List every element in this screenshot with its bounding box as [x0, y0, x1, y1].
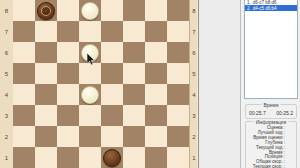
move-list-row[interactable]: 2.d4-c5 d6:b4: [245, 5, 297, 11]
move-text: d6-c7 b8:d6: [253, 0, 277, 5]
rank-label: 6: [0, 42, 13, 63]
rank-label: 5: [190, 63, 198, 84]
board-square-b4[interactable]: [35, 84, 57, 105]
checkers-board: 87654321 87654321: [0, 0, 197, 168]
rank-label: 3: [0, 105, 13, 126]
board-square-f7[interactable]: [123, 21, 145, 42]
board-square-e6[interactable]: [101, 42, 123, 63]
time-groupbox: Время 00:25.7 00:25.2: [245, 104, 297, 119]
rank-label: 8: [0, 0, 13, 21]
rank-label: 3: [190, 105, 198, 126]
move-number: 1.: [247, 0, 251, 5]
rank-label: 4: [190, 84, 198, 105]
black-clock: 00:25.2: [276, 110, 293, 116]
info-groupbox: Информация Оценка :Лучший ход :Время оце…: [245, 121, 297, 168]
piece-black-king-b8[interactable]: [37, 2, 55, 20]
board-square-a4[interactable]: [13, 84, 35, 105]
board-square-c5[interactable]: [57, 63, 79, 84]
rank-label: 6: [190, 42, 198, 63]
board-square-a3[interactable]: [13, 105, 35, 126]
piece-white-man-d8[interactable]: [81, 2, 99, 20]
app-window: 87654321 87654321 1.d6-c7 b8:d62.d4-c5 d…: [0, 0, 300, 168]
rank-label: 1: [190, 147, 198, 168]
board-square-g5[interactable]: [145, 63, 167, 84]
board-square-h8[interactable]: [167, 0, 189, 21]
board-square-h6[interactable]: [167, 42, 189, 63]
board-square-f1[interactable]: [123, 147, 145, 168]
board-square-b2[interactable]: [35, 126, 57, 147]
board-square-h1[interactable]: [167, 147, 189, 168]
board-square-f8[interactable]: [123, 0, 145, 21]
board-square-f2[interactable]: [123, 126, 145, 147]
board-square-a5[interactable]: [13, 63, 35, 84]
board-square-c7[interactable]: [57, 21, 79, 42]
board-square-d7[interactable]: [79, 21, 101, 42]
board-square-c2[interactable]: [57, 126, 79, 147]
mouse-cursor-icon: [87, 53, 96, 66]
info-title: Информация: [254, 119, 289, 125]
move-text: d4-c5 d6:b4: [253, 6, 277, 11]
board-square-g7[interactable]: [145, 21, 167, 42]
board-square-e4[interactable]: [101, 84, 123, 105]
white-clock: 00:25.7: [249, 110, 266, 116]
board-square-h4[interactable]: [167, 84, 189, 105]
board-square-e2[interactable]: [101, 126, 123, 147]
board-square-d2[interactable]: [79, 126, 101, 147]
board-square-c6[interactable]: [57, 42, 79, 63]
board-square-a8[interactable]: [13, 0, 35, 21]
piece-white-man-d4[interactable]: [81, 86, 99, 104]
engine-panel: 1.d6-c7 b8:d62.d4-c5 d6:b4 Время 00:25.7…: [240, 0, 300, 168]
board-square-c3[interactable]: [57, 105, 79, 126]
rank-labels-left: 87654321: [0, 0, 14, 168]
board-square-h5[interactable]: [167, 63, 189, 84]
board-square-g6[interactable]: [145, 42, 167, 63]
time-title: Время: [261, 102, 280, 108]
board-square-a7[interactable]: [13, 21, 35, 42]
board-square-d1[interactable]: [79, 147, 101, 168]
piece-black-man-e1[interactable]: [103, 149, 121, 167]
board-square-g2[interactable]: [145, 126, 167, 147]
board-square-b7[interactable]: [35, 21, 57, 42]
rank-labels-right: 87654321: [189, 0, 199, 168]
board-square-c8[interactable]: [57, 0, 79, 21]
board-square-g3[interactable]: [145, 105, 167, 126]
board-square-b1[interactable]: [35, 147, 57, 168]
board-square-e3[interactable]: [101, 105, 123, 126]
board-square-b3[interactable]: [35, 105, 57, 126]
rank-label: 8: [190, 0, 198, 21]
rank-label: 2: [0, 126, 13, 147]
board-square-f4[interactable]: [123, 84, 145, 105]
board-square-b6[interactable]: [35, 42, 57, 63]
board-square-h7[interactable]: [167, 21, 189, 42]
board-square-h2[interactable]: [167, 126, 189, 147]
board-square-c4[interactable]: [57, 84, 79, 105]
info-row: Текущая скор. :: [246, 165, 296, 168]
move-number: 2.: [247, 6, 251, 11]
rank-label: 7: [190, 21, 198, 42]
board-square-d3[interactable]: [79, 105, 101, 126]
info-rows: Оценка :Лучший ход :Время оценки :Глубин…: [246, 122, 296, 168]
rank-label: 2: [190, 126, 198, 147]
rank-label: 7: [0, 21, 13, 42]
board-square-f6[interactable]: [123, 42, 145, 63]
rank-label: 1: [0, 147, 13, 168]
board-square-d5[interactable]: [79, 63, 101, 84]
rank-label: 4: [0, 84, 13, 105]
board-square-g4[interactable]: [145, 84, 167, 105]
board-square-e5[interactable]: [101, 63, 123, 84]
board-square-e7[interactable]: [101, 21, 123, 42]
rank-label: 5: [0, 63, 13, 84]
board-square-b5[interactable]: [35, 63, 57, 84]
board-square-a2[interactable]: [13, 126, 35, 147]
board-square-f3[interactable]: [123, 105, 145, 126]
board-square-g8[interactable]: [145, 0, 167, 21]
board-square-h3[interactable]: [167, 105, 189, 126]
board-square-f5[interactable]: [123, 63, 145, 84]
board-square-a1[interactable]: [13, 147, 35, 168]
move-list[interactable]: 1.d6-c7 b8:d62.d4-c5 d6:b4: [244, 0, 298, 99]
board-square-a6[interactable]: [13, 42, 35, 63]
board-square-c1[interactable]: [57, 147, 79, 168]
board-square-e8[interactable]: [101, 0, 123, 21]
board-square-g1[interactable]: [145, 147, 167, 168]
board-squares: [13, 0, 189, 168]
